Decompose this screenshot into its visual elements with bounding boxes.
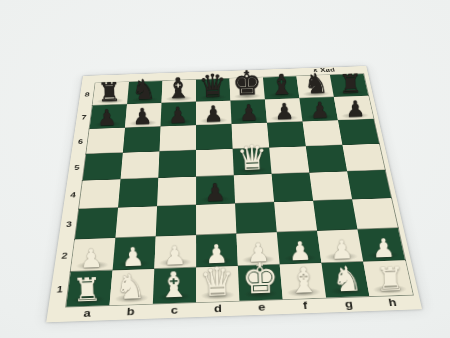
square-a7[interactable]: ♟ [90,104,128,129]
square-a6[interactable] [86,128,125,154]
square-f6[interactable] [267,122,306,148]
black-pawn[interactable]: ♟ [203,103,223,125]
square-c7[interactable]: ♟ [161,102,197,127]
square-a8[interactable]: ♜ [93,82,129,105]
square-f8[interactable]: ♝ [263,76,299,99]
file-label-h: h [369,295,416,311]
square-h8[interactable]: ♜ [330,74,368,97]
square-b5[interactable] [121,151,160,179]
black-pawn[interactable]: ♟ [168,104,188,126]
black-rook[interactable]: ♜ [339,70,363,97]
photo-backdrop: s Xad 8♜♞♝♛♚♝♞♜7♟♟♟♟♟♟♟♟65♛4♟32♟♟♟♟♟♟♟♟1… [0,0,450,338]
black-pawn[interactable]: ♟ [204,180,226,205]
square-b3[interactable] [115,206,157,238]
square-b2[interactable]: ♟ [113,237,156,271]
square-e5[interactable]: ♛ [233,148,272,176]
square-d8[interactable]: ♛ [196,79,230,102]
square-e4[interactable] [234,174,274,204]
white-bishop[interactable]: ♝ [287,262,320,299]
square-h4[interactable] [347,170,391,199]
file-label-g: g [326,296,372,312]
square-h2[interactable]: ♟ [358,228,406,262]
board-rows: 8♜♞♝♛♚♝♞♜7♟♟♟♟♟♟♟♟65♛4♟32♟♟♟♟♟♟♟♟1♜♞♝♛♚♝… [48,74,418,308]
black-bishop[interactable]: ♝ [165,74,191,103]
white-knight[interactable]: ♞ [331,262,363,298]
black-pawn[interactable]: ♟ [239,101,259,123]
file-label-e: e [239,299,284,315]
black-pawn[interactable]: ♟ [310,99,330,121]
square-d1[interactable]: ♛ [196,266,239,302]
square-b6[interactable] [123,127,161,153]
file-label-b: b [108,304,153,320]
square-h1[interactable]: ♜ [363,260,412,296]
square-a5[interactable] [83,153,123,181]
square-c4[interactable] [157,177,196,207]
square-b8[interactable]: ♞ [127,81,162,104]
square-g4[interactable] [309,171,352,200]
black-pawn[interactable]: ♟ [345,98,365,120]
square-b7[interactable]: ♟ [125,103,162,128]
square-e8[interactable]: ♚ [229,77,264,100]
rank-label-2: 2 [54,239,75,272]
rank-label-1: 1 [48,272,70,307]
square-a2[interactable]: ♟ [71,238,116,272]
square-e1[interactable]: ♚ [238,265,283,301]
white-bishop[interactable]: ♝ [157,267,190,304]
square-g2[interactable]: ♟ [317,230,363,264]
square-a3[interactable] [75,208,118,240]
square-b4[interactable] [118,178,158,208]
square-g7[interactable]: ♟ [299,97,338,122]
black-knight[interactable]: ♞ [131,76,157,104]
white-king[interactable]: ♚ [241,258,280,301]
chess-board: s Xad 8♜♞♝♛♚♝♞♜7♟♟♟♟♟♟♟♟65♛4♟32♟♟♟♟♟♟♟♟1… [46,66,422,322]
square-e3[interactable] [235,202,277,234]
square-a1[interactable]: ♜ [66,270,112,306]
square-f7[interactable]: ♟ [265,98,303,123]
white-rook[interactable]: ♜ [72,273,102,307]
black-knight[interactable]: ♞ [303,70,329,98]
square-c1[interactable]: ♝ [153,267,196,303]
square-h5[interactable] [342,144,384,172]
square-h3[interactable] [352,198,398,229]
square-b1[interactable]: ♞ [110,269,155,305]
square-g5[interactable] [306,145,347,173]
white-knight[interactable]: ♞ [115,269,147,305]
white-pawn[interactable]: ♟ [79,245,103,271]
white-queen[interactable]: ♛ [236,140,268,175]
black-queen[interactable]: ♛ [198,69,227,101]
square-g1[interactable]: ♞ [321,262,369,298]
white-rook[interactable]: ♜ [375,262,405,296]
black-pawn[interactable]: ♟ [132,105,152,127]
black-pawn[interactable]: ♟ [274,100,294,122]
square-f4[interactable] [272,173,314,202]
black-rook[interactable]: ♜ [97,79,121,106]
white-pawn[interactable]: ♟ [372,235,396,261]
square-g8[interactable]: ♞ [296,75,333,98]
white-queen[interactable]: ♛ [199,261,236,302]
file-label-a: a [64,305,109,322]
square-c3[interactable] [156,205,196,237]
black-bishop[interactable]: ♝ [269,70,295,99]
square-g6[interactable] [303,120,343,146]
square-f5[interactable] [269,146,309,174]
black-pawn[interactable]: ♟ [97,106,117,128]
square-f3[interactable] [274,201,317,232]
square-d6[interactable] [196,124,233,150]
square-g3[interactable] [313,200,357,231]
square-c6[interactable] [159,125,196,151]
square-d3[interactable] [196,204,236,236]
square-a4[interactable] [79,179,120,209]
board-margin-corner [46,307,66,323]
square-h7[interactable]: ♟ [334,96,374,121]
square-f1[interactable]: ♝ [280,263,326,299]
file-label-f: f [283,298,328,314]
square-e7[interactable]: ♟ [230,99,267,124]
square-h6[interactable] [338,119,379,145]
file-label-d: d [196,301,240,317]
square-c5[interactable] [158,150,196,178]
square-d7[interactable]: ♟ [196,101,232,126]
square-c8[interactable]: ♝ [162,80,196,103]
black-king[interactable]: ♚ [232,67,263,101]
square-d5[interactable] [196,149,234,177]
square-d4[interactable]: ♟ [196,175,235,205]
file-label-c: c [152,302,196,318]
